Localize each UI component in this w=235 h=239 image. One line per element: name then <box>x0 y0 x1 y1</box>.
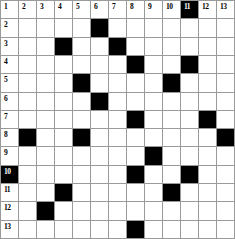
cell-r11c2[interactable] <box>19 184 36 201</box>
cell-r9c10[interactable] <box>163 147 180 164</box>
cell-r10c4[interactable] <box>55 166 72 183</box>
cell-r5c13[interactable] <box>217 74 234 91</box>
cell-r9c13[interactable] <box>217 147 234 164</box>
cell-r2c10[interactable] <box>163 19 180 36</box>
cell-r11c4-black[interactable] <box>55 184 72 201</box>
cell-r7c2[interactable] <box>19 111 36 128</box>
cell-r8c2-black[interactable] <box>19 129 36 146</box>
cell-r4c1[interactable]: 4 <box>1 56 18 73</box>
cell-r5c8[interactable] <box>127 74 144 91</box>
cell-r13c10[interactable] <box>163 221 180 238</box>
coordinate-label: 13 <box>4 223 11 231</box>
cell-r12c3-black[interactable] <box>37 202 54 219</box>
cell-r11c6[interactable] <box>91 184 108 201</box>
cell-r7c5[interactable] <box>73 111 90 128</box>
coordinate-label: 9 <box>4 149 7 157</box>
cell-r8c11[interactable] <box>181 129 198 146</box>
cell-r1c2[interactable]: 2 <box>19 1 36 18</box>
cell-r6c10[interactable] <box>163 93 180 110</box>
cell-r12c9[interactable] <box>145 202 162 219</box>
cell-r8c9[interactable] <box>145 129 162 146</box>
cell-r6c7[interactable] <box>109 93 126 110</box>
cell-r2c3[interactable] <box>37 19 54 36</box>
cell-r7c9[interactable] <box>145 111 162 128</box>
cell-r3c13[interactable] <box>217 38 234 55</box>
cell-r6c11[interactable] <box>181 93 198 110</box>
cell-r12c4[interactable] <box>55 202 72 219</box>
coordinate-label: 11 <box>184 3 190 11</box>
cell-r9c8[interactable] <box>127 147 144 164</box>
cell-r8c13-black[interactable] <box>217 129 234 146</box>
cell-r8c3[interactable] <box>37 129 54 146</box>
cell-r1c6[interactable]: 6 <box>91 1 108 18</box>
cell-r5c6[interactable] <box>91 74 108 91</box>
cell-r4c9[interactable] <box>145 56 162 73</box>
cell-r13c5[interactable] <box>73 221 90 238</box>
cell-r6c1[interactable]: 6 <box>1 93 18 110</box>
cell-r1c13[interactable]: 13 <box>217 1 234 18</box>
cell-r8c1[interactable]: 8 <box>1 129 18 146</box>
cell-r2c2[interactable] <box>19 19 36 36</box>
cell-r6c8[interactable] <box>127 93 144 110</box>
coordinate-label: 2 <box>22 3 25 11</box>
cell-r8c8[interactable] <box>127 129 144 146</box>
cell-r3c7-black[interactable] <box>109 38 126 55</box>
cell-r12c12[interactable] <box>199 202 216 219</box>
coordinate-label: 2 <box>4 21 7 29</box>
cell-r2c11[interactable] <box>181 19 198 36</box>
cell-r12c2[interactable] <box>19 202 36 219</box>
cell-r12c7[interactable] <box>109 202 126 219</box>
cell-r1c10[interactable]: 10 <box>163 1 180 18</box>
coordinate-label: 7 <box>4 113 7 121</box>
cell-r13c1[interactable]: 13 <box>1 221 18 238</box>
cell-r8c6[interactable] <box>91 129 108 146</box>
cell-r7c6[interactable] <box>91 111 108 128</box>
cell-r8c12[interactable] <box>199 129 216 146</box>
cell-r10c3[interactable] <box>37 166 54 183</box>
coordinate-label: 3 <box>40 3 43 11</box>
cell-r11c3[interactable] <box>37 184 54 201</box>
coordinate-label: 12 <box>202 3 209 11</box>
cell-r7c7[interactable] <box>109 111 126 128</box>
cell-r13c3[interactable] <box>37 221 54 238</box>
coordinate-label: 10 <box>4 168 11 176</box>
coordinate-label: 6 <box>4 95 7 103</box>
cell-r2c13[interactable] <box>217 19 234 36</box>
cell-r4c7[interactable] <box>109 56 126 73</box>
cell-r6c9[interactable] <box>145 93 162 110</box>
cell-r12c11[interactable] <box>181 202 198 219</box>
coordinate-label: 8 <box>4 131 7 139</box>
cell-r8c7[interactable] <box>109 129 126 146</box>
coordinate-label: 7 <box>112 3 115 11</box>
cell-r10c9[interactable] <box>145 166 162 183</box>
cell-r6c3[interactable] <box>37 93 54 110</box>
cell-r3c12[interactable] <box>199 38 216 55</box>
cell-r6c6-black[interactable] <box>91 93 108 110</box>
cell-r5c2[interactable] <box>19 74 36 91</box>
cell-r10c6[interactable] <box>91 166 108 183</box>
cell-r4c12[interactable] <box>199 56 216 73</box>
cell-r3c5[interactable] <box>73 38 90 55</box>
crossword-grid: 123456789101112132345678910111213 <box>0 0 235 239</box>
cell-r1c11-black[interactable]: 11 <box>181 1 198 18</box>
cell-r13c2[interactable] <box>19 221 36 238</box>
cell-r7c3[interactable] <box>37 111 54 128</box>
cell-r4c13[interactable] <box>217 56 234 73</box>
cell-r9c1[interactable]: 9 <box>1 147 18 164</box>
cell-r3c2[interactable] <box>19 38 36 55</box>
coordinate-label: 9 <box>148 3 151 11</box>
cell-r1c5[interactable]: 5 <box>73 1 90 18</box>
coordinate-label: 6 <box>94 3 97 11</box>
cell-r11c5[interactable] <box>73 184 90 201</box>
cell-r3c8[interactable] <box>127 38 144 55</box>
cell-r3c10[interactable] <box>163 38 180 55</box>
cell-r9c3[interactable] <box>37 147 54 164</box>
coordinate-label: 1 <box>4 3 7 11</box>
cell-r5c10-black[interactable] <box>163 74 180 91</box>
cell-r4c6[interactable] <box>91 56 108 73</box>
cell-r13c9[interactable] <box>145 221 162 238</box>
cell-r6c13[interactable] <box>217 93 234 110</box>
cell-r10c7[interactable] <box>109 166 126 183</box>
cell-r10c12[interactable] <box>199 166 216 183</box>
cell-r4c4[interactable] <box>55 56 72 73</box>
coordinate-label: 8 <box>130 3 133 11</box>
cell-r12c13[interactable] <box>217 202 234 219</box>
cell-r4c8-black[interactable] <box>127 56 144 73</box>
cell-r9c9-black[interactable] <box>145 147 162 164</box>
cell-r5c4[interactable] <box>55 74 72 91</box>
cell-r1c1[interactable]: 1 <box>1 1 18 18</box>
cell-r10c10[interactable] <box>163 166 180 183</box>
cell-r11c9[interactable] <box>145 184 162 201</box>
cell-r9c7[interactable] <box>109 147 126 164</box>
cell-r12c1[interactable]: 12 <box>1 202 18 219</box>
cell-r2c12[interactable] <box>199 19 216 36</box>
coordinate-label: 5 <box>76 3 79 11</box>
cell-r4c5[interactable] <box>73 56 90 73</box>
cell-r9c11[interactable] <box>181 147 198 164</box>
coordinate-label: 13 <box>220 3 227 11</box>
cell-r7c1[interactable]: 7 <box>1 111 18 128</box>
cell-r7c10[interactable] <box>163 111 180 128</box>
coordinate-label: 12 <box>4 204 11 212</box>
cell-r7c4[interactable] <box>55 111 72 128</box>
cell-r1c12[interactable]: 12 <box>199 1 216 18</box>
cell-r11c11[interactable] <box>181 184 198 201</box>
cell-r2c9[interactable] <box>145 19 162 36</box>
cell-r9c4[interactable] <box>55 147 72 164</box>
cell-r2c5[interactable] <box>73 19 90 36</box>
cell-r3c9[interactable] <box>145 38 162 55</box>
cell-r4c3[interactable] <box>37 56 54 73</box>
cell-r6c5[interactable] <box>73 93 90 110</box>
cell-r2c6-black[interactable] <box>91 19 108 36</box>
cell-r5c9[interactable] <box>145 74 162 91</box>
cell-r4c10[interactable] <box>163 56 180 73</box>
cell-r5c11[interactable] <box>181 74 198 91</box>
cell-r13c12[interactable] <box>199 221 216 238</box>
cell-r5c12[interactable] <box>199 74 216 91</box>
cell-r2c4[interactable] <box>55 19 72 36</box>
cell-r13c4[interactable] <box>55 221 72 238</box>
cell-r3c6[interactable] <box>91 38 108 55</box>
cell-r9c2[interactable] <box>19 147 36 164</box>
cell-r5c3[interactable] <box>37 74 54 91</box>
cell-r3c11[interactable] <box>181 38 198 55</box>
cell-r5c7[interactable] <box>109 74 126 91</box>
cell-r7c13[interactable] <box>217 111 234 128</box>
coordinate-label: 11 <box>4 186 10 194</box>
coordinate-label: 5 <box>4 76 7 84</box>
cell-r10c1-black[interactable]: 10 <box>1 166 18 183</box>
cell-r8c10[interactable] <box>163 129 180 146</box>
cell-r2c7[interactable] <box>109 19 126 36</box>
coordinate-label: 10 <box>166 3 173 11</box>
cell-r10c5[interactable] <box>73 166 90 183</box>
cell-r13c6[interactable] <box>91 221 108 238</box>
cell-r6c4[interactable] <box>55 93 72 110</box>
cell-r3c3[interactable] <box>37 38 54 55</box>
coordinate-label: 4 <box>58 3 61 11</box>
cell-r12c8[interactable] <box>127 202 144 219</box>
cell-r13c8-black[interactable] <box>127 221 144 238</box>
cell-r11c8[interactable] <box>127 184 144 201</box>
cell-r7c12-black[interactable] <box>199 111 216 128</box>
cell-r11c13[interactable] <box>217 184 234 201</box>
cell-r1c3[interactable]: 3 <box>37 1 54 18</box>
cell-r11c1[interactable]: 11 <box>1 184 18 201</box>
cell-r10c8-black[interactable] <box>127 166 144 183</box>
cell-r1c7[interactable]: 7 <box>109 1 126 18</box>
cell-r7c8-black[interactable] <box>127 111 144 128</box>
cell-r4c11-black[interactable] <box>181 56 198 73</box>
cell-r12c10[interactable] <box>163 202 180 219</box>
cell-r10c13[interactable] <box>217 166 234 183</box>
cell-r2c8[interactable] <box>127 19 144 36</box>
cell-r5c5-black[interactable] <box>73 74 90 91</box>
cell-r10c2[interactable] <box>19 166 36 183</box>
cell-r11c10-black[interactable] <box>163 184 180 201</box>
cell-r6c12[interactable] <box>199 93 216 110</box>
cell-r8c4[interactable] <box>55 129 72 146</box>
cell-r3c1[interactable]: 3 <box>1 38 18 55</box>
cell-r1c4[interactable]: 4 <box>55 1 72 18</box>
cell-r7c11[interactable] <box>181 111 198 128</box>
cell-r6c2[interactable] <box>19 93 36 110</box>
cell-r11c12[interactable] <box>199 184 216 201</box>
cell-r13c7[interactable] <box>109 221 126 238</box>
cell-r5c1[interactable]: 5 <box>1 74 18 91</box>
cell-r2c1[interactable]: 2 <box>1 19 18 36</box>
cell-r4c2[interactable] <box>19 56 36 73</box>
cell-r13c13[interactable] <box>217 221 234 238</box>
cell-r3c4-black[interactable] <box>55 38 72 55</box>
coordinate-label: 3 <box>4 40 7 48</box>
cell-r10c11-black[interactable] <box>181 166 198 183</box>
cell-r9c12[interactable] <box>199 147 216 164</box>
cell-r12c5[interactable] <box>73 202 90 219</box>
cell-r8c5-black[interactable] <box>73 129 90 146</box>
cell-r1c9[interactable]: 9 <box>145 1 162 18</box>
cell-r13c11[interactable] <box>181 221 198 238</box>
cell-r9c6[interactable] <box>91 147 108 164</box>
cell-r9c5[interactable] <box>73 147 90 164</box>
cell-r11c7[interactable] <box>109 184 126 201</box>
cell-r12c6[interactable] <box>91 202 108 219</box>
cell-r1c8[interactable]: 8 <box>127 1 144 18</box>
coordinate-label: 4 <box>4 58 7 66</box>
